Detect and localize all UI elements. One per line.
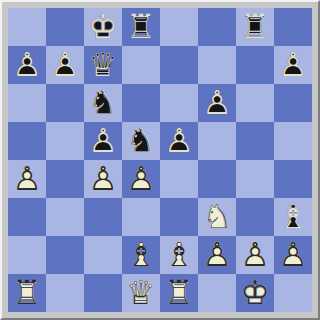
piece-outline-glyph: ♖ bbox=[8, 274, 46, 312]
white-pawn-h2: ♟♙ bbox=[274, 236, 312, 274]
square-f8[interactable] bbox=[198, 8, 236, 46]
square-g3[interactable] bbox=[236, 198, 274, 236]
black-rook-d8: ♜♖ bbox=[122, 8, 160, 46]
square-a2[interactable] bbox=[8, 236, 46, 274]
square-d5[interactable]: ♞♘ bbox=[122, 122, 160, 160]
chess-board: ♚♔♜♖♜♖♟♙♟♙♛♕♟♙♞♘♟♙♟♙♞♘♟♙♟♙♟♙♟♙♞♘♝♗♝♗♝♗♟♙… bbox=[8, 8, 312, 312]
square-d7[interactable] bbox=[122, 46, 160, 84]
square-a3[interactable] bbox=[8, 198, 46, 236]
square-c8[interactable]: ♚♔ bbox=[84, 8, 122, 46]
piece-outline-glyph: ♙ bbox=[8, 160, 46, 198]
square-d2[interactable]: ♝♗ bbox=[122, 236, 160, 274]
square-h8[interactable] bbox=[274, 8, 312, 46]
piece-outline-glyph: ♙ bbox=[84, 160, 122, 198]
square-g4[interactable] bbox=[236, 160, 274, 198]
square-b1[interactable] bbox=[46, 274, 84, 312]
square-d8[interactable]: ♜♖ bbox=[122, 8, 160, 46]
square-g5[interactable] bbox=[236, 122, 274, 160]
square-b2[interactable] bbox=[46, 236, 84, 274]
square-a5[interactable] bbox=[8, 122, 46, 160]
square-d4[interactable]: ♟♙ bbox=[122, 160, 160, 198]
black-queen-c7: ♛♕ bbox=[84, 46, 122, 84]
square-g8[interactable]: ♜♖ bbox=[236, 8, 274, 46]
piece-outline-glyph: ♕ bbox=[84, 46, 122, 84]
square-c7[interactable]: ♛♕ bbox=[84, 46, 122, 84]
white-king-g1: ♚♔ bbox=[236, 274, 274, 312]
square-h4[interactable] bbox=[274, 160, 312, 198]
square-c4[interactable]: ♟♙ bbox=[84, 160, 122, 198]
square-g1[interactable]: ♚♔ bbox=[236, 274, 274, 312]
piece-outline-glyph: ♙ bbox=[160, 122, 198, 160]
black-pawn-b7: ♟♙ bbox=[46, 46, 84, 84]
piece-outline-glyph: ♙ bbox=[198, 84, 236, 122]
piece-outline-glyph: ♘ bbox=[198, 198, 236, 236]
square-h3[interactable]: ♝♗ bbox=[274, 198, 312, 236]
white-rook-a1: ♜♖ bbox=[8, 274, 46, 312]
square-f5[interactable] bbox=[198, 122, 236, 160]
square-f4[interactable] bbox=[198, 160, 236, 198]
piece-outline-glyph: ♔ bbox=[236, 274, 274, 312]
piece-outline-glyph: ♘ bbox=[84, 84, 122, 122]
square-c1[interactable] bbox=[84, 274, 122, 312]
square-a6[interactable] bbox=[8, 84, 46, 122]
square-g7[interactable] bbox=[236, 46, 274, 84]
square-e5[interactable]: ♟♙ bbox=[160, 122, 198, 160]
piece-outline-glyph: ♙ bbox=[8, 46, 46, 84]
piece-outline-glyph: ♙ bbox=[274, 236, 312, 274]
square-a8[interactable] bbox=[8, 8, 46, 46]
piece-outline-glyph: ♙ bbox=[46, 46, 84, 84]
square-c6[interactable]: ♞♘ bbox=[84, 84, 122, 122]
black-pawn-h7: ♟♙ bbox=[274, 46, 312, 84]
black-pawn-a7: ♟♙ bbox=[8, 46, 46, 84]
square-c2[interactable] bbox=[84, 236, 122, 274]
square-e1[interactable]: ♜♖ bbox=[160, 274, 198, 312]
square-d1[interactable]: ♛♕ bbox=[122, 274, 160, 312]
square-b6[interactable] bbox=[46, 84, 84, 122]
square-e3[interactable] bbox=[160, 198, 198, 236]
square-e8[interactable] bbox=[160, 8, 198, 46]
white-queen-d1: ♛♕ bbox=[122, 274, 160, 312]
square-e4[interactable] bbox=[160, 160, 198, 198]
square-e6[interactable] bbox=[160, 84, 198, 122]
black-pawn-e5: ♟♙ bbox=[160, 122, 198, 160]
square-f3[interactable]: ♞♘ bbox=[198, 198, 236, 236]
white-bishop-d2: ♝♗ bbox=[122, 236, 160, 274]
piece-outline-glyph: ♗ bbox=[122, 236, 160, 274]
square-a7[interactable]: ♟♙ bbox=[8, 46, 46, 84]
square-f6[interactable]: ♟♙ bbox=[198, 84, 236, 122]
square-h7[interactable]: ♟♙ bbox=[274, 46, 312, 84]
square-f1[interactable] bbox=[198, 274, 236, 312]
square-a1[interactable]: ♜♖ bbox=[8, 274, 46, 312]
square-e7[interactable] bbox=[160, 46, 198, 84]
white-bishop-e2: ♝♗ bbox=[160, 236, 198, 274]
square-h2[interactable]: ♟♙ bbox=[274, 236, 312, 274]
square-b8[interactable] bbox=[46, 8, 84, 46]
chess-board-frame: ♚♔♜♖♜♖♟♙♟♙♛♕♟♙♞♘♟♙♟♙♞♘♟♙♟♙♟♙♟♙♞♘♝♗♝♗♝♗♟♙… bbox=[0, 0, 320, 320]
white-rook-e1: ♜♖ bbox=[160, 274, 198, 312]
white-pawn-g2: ♟♙ bbox=[236, 236, 274, 274]
black-pawn-f6: ♟♙ bbox=[198, 84, 236, 122]
piece-outline-glyph: ♔ bbox=[84, 8, 122, 46]
piece-outline-glyph: ♙ bbox=[84, 122, 122, 160]
piece-outline-glyph: ♙ bbox=[122, 160, 160, 198]
black-bishop-h3: ♝♗ bbox=[274, 198, 312, 236]
square-h1[interactable] bbox=[274, 274, 312, 312]
black-pawn-c5: ♟♙ bbox=[84, 122, 122, 160]
piece-outline-glyph: ♕ bbox=[122, 274, 160, 312]
square-h6[interactable] bbox=[274, 84, 312, 122]
square-g6[interactable] bbox=[236, 84, 274, 122]
piece-outline-glyph: ♖ bbox=[122, 8, 160, 46]
piece-outline-glyph: ♙ bbox=[236, 236, 274, 274]
square-b5[interactable] bbox=[46, 122, 84, 160]
piece-outline-glyph: ♖ bbox=[236, 8, 274, 46]
square-f2[interactable]: ♟♙ bbox=[198, 236, 236, 274]
piece-outline-glyph: ♗ bbox=[274, 198, 312, 236]
square-e2[interactable]: ♝♗ bbox=[160, 236, 198, 274]
square-c3[interactable] bbox=[84, 198, 122, 236]
square-d3[interactable] bbox=[122, 198, 160, 236]
black-rook-g8: ♜♖ bbox=[236, 8, 274, 46]
square-g2[interactable]: ♟♙ bbox=[236, 236, 274, 274]
black-knight-d5: ♞♘ bbox=[122, 122, 160, 160]
black-king-c8: ♚♔ bbox=[84, 8, 122, 46]
black-knight-c6: ♞♘ bbox=[84, 84, 122, 122]
square-d6[interactable] bbox=[122, 84, 160, 122]
white-pawn-d4: ♟♙ bbox=[122, 160, 160, 198]
white-pawn-f2: ♟♙ bbox=[198, 236, 236, 274]
white-pawn-a4: ♟♙ bbox=[8, 160, 46, 198]
square-a4[interactable]: ♟♙ bbox=[8, 160, 46, 198]
square-b4[interactable] bbox=[46, 160, 84, 198]
piece-outline-glyph: ♖ bbox=[160, 274, 198, 312]
piece-outline-glyph: ♙ bbox=[198, 236, 236, 274]
piece-outline-glyph: ♙ bbox=[274, 46, 312, 84]
square-b7[interactable]: ♟♙ bbox=[46, 46, 84, 84]
square-h5[interactable] bbox=[274, 122, 312, 160]
square-c5[interactable]: ♟♙ bbox=[84, 122, 122, 160]
piece-outline-glyph: ♘ bbox=[122, 122, 160, 160]
square-f7[interactable] bbox=[198, 46, 236, 84]
square-b3[interactable] bbox=[46, 198, 84, 236]
white-knight-f3: ♞♘ bbox=[198, 198, 236, 236]
piece-outline-glyph: ♗ bbox=[160, 236, 198, 274]
white-pawn-c4: ♟♙ bbox=[84, 160, 122, 198]
